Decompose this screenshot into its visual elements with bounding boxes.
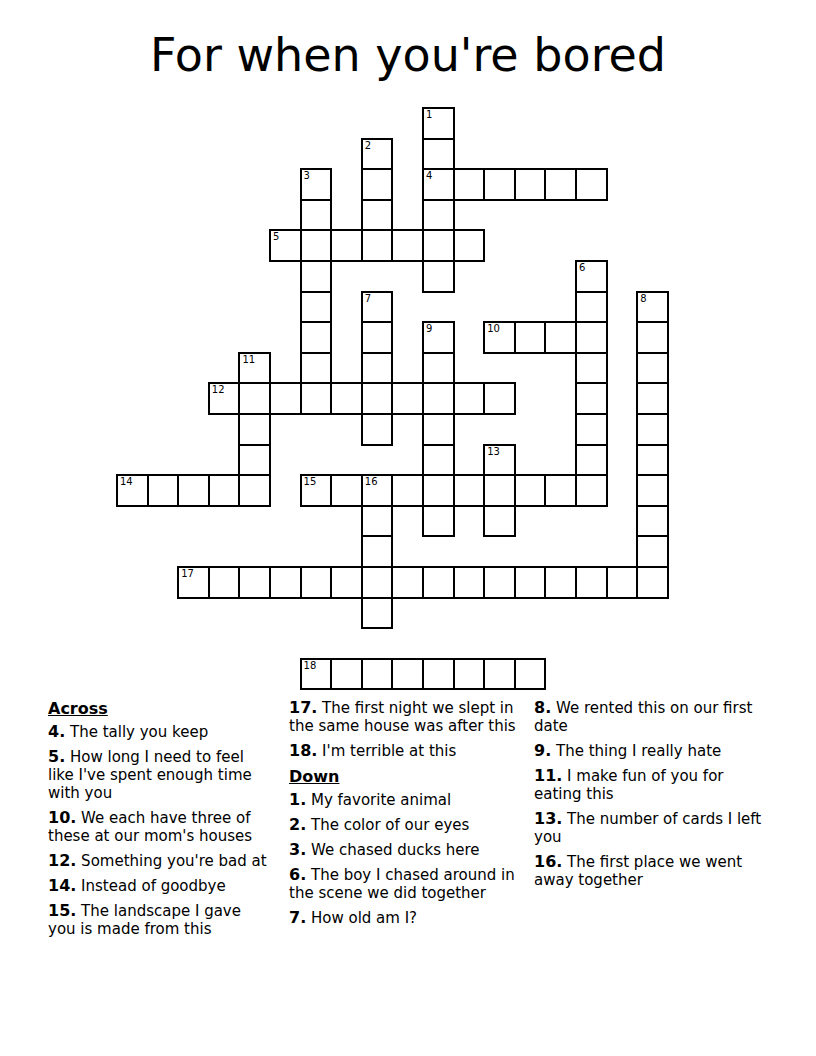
cell-r14c11[interactable] [422,505,455,538]
clue-across-12: 12. Something you're bad at [48,852,270,870]
cell-r16c12[interactable] [453,566,486,599]
cell-r3c13[interactable] [483,168,516,201]
cell-r13c13[interactable] [483,474,516,507]
cell-r4c11[interactable] [422,199,455,232]
clue-number-6: 6 [579,262,585,274]
cell-r19c9[interactable] [361,658,394,691]
clue-number-14: 14 [120,476,133,488]
heading-across: Across [48,699,270,718]
cell-r11c18[interactable] [636,413,669,446]
cell-r12c5[interactable] [238,444,271,477]
clue-number-17: 17 [181,568,194,580]
cell-r3c15[interactable] [544,168,577,201]
cell-r13c3[interactable] [177,474,210,507]
clue-column-middle: 17. The first night we slept in the same… [289,699,519,934]
cell-r8c15[interactable] [544,321,577,354]
cell-r7c9[interactable]: 7 [361,291,394,324]
cell-r19c10[interactable] [391,658,424,691]
cell-r13c8[interactable] [330,474,363,507]
cell-r9c11[interactable] [422,352,455,385]
clue-number-3: 3 [304,170,310,182]
cell-r8c9[interactable] [361,321,394,354]
clue-column-right: 8. We rented this on our first date9. Th… [534,699,766,896]
cell-r16c11[interactable] [422,566,455,599]
cell-r2c9[interactable]: 2 [361,138,394,171]
cell-r10c12[interactable] [453,382,486,415]
cell-r13c18[interactable] [636,474,669,507]
cell-r13c2[interactable] [147,474,180,507]
cell-r5c7[interactable] [300,229,333,262]
cell-r7c16[interactable] [575,291,608,324]
cell-r11c16[interactable] [575,413,608,446]
cell-r13c5[interactable] [238,474,271,507]
cell-r16c4[interactable] [208,566,241,599]
cell-r13c15[interactable] [544,474,577,507]
cell-r16c8[interactable] [330,566,363,599]
clue-number-2: 2 [365,140,371,152]
cell-r10c9[interactable] [361,382,394,415]
cell-r10c7[interactable] [300,382,333,415]
cell-r19c7[interactable]: 18 [300,658,333,691]
cell-r19c13[interactable] [483,658,516,691]
cell-r11c11[interactable] [422,413,455,446]
clue-across-14: 14. Instead of goodbye [48,877,270,895]
cell-r13c9[interactable]: 16 [361,474,394,507]
cell-r13c11[interactable] [422,474,455,507]
cell-r8c13[interactable]: 10 [483,321,516,354]
clue-down-16: 16. The first place we went away togethe… [534,853,766,889]
cell-r12c18[interactable] [636,444,669,477]
clue-down-13: 13. The number of cards I left you [534,810,766,846]
cell-r12c16[interactable] [575,444,608,477]
cell-r14c9[interactable] [361,505,394,538]
cell-r13c12[interactable] [453,474,486,507]
cell-r10c11[interactable] [422,382,455,415]
clue-down-7: 7. How old am I? [289,909,519,927]
cell-r12c13[interactable]: 13 [483,444,516,477]
clue-down-1: 1. My favorite animal [289,791,519,809]
cell-r5c8[interactable] [330,229,363,262]
cell-r13c14[interactable] [514,474,547,507]
clue-across-15: 15. The landscape I gave you is made fro… [48,902,270,938]
cell-r11c5[interactable] [238,413,271,446]
cell-r13c1[interactable]: 14 [116,474,149,507]
cell-r1c11[interactable]: 1 [422,107,455,140]
cell-r13c16[interactable] [575,474,608,507]
clue-number-15: 15 [304,476,317,488]
cell-r5c12[interactable] [453,229,486,262]
cell-r16c13[interactable] [483,566,516,599]
clue-number-1: 1 [426,109,432,121]
cell-r16c7[interactable] [300,566,333,599]
cell-r19c8[interactable] [330,658,363,691]
cell-r8c18[interactable] [636,321,669,354]
cell-r13c4[interactable] [208,474,241,507]
cell-r3c9[interactable] [361,168,394,201]
cell-r7c18[interactable]: 8 [636,291,669,324]
cell-r3c14[interactable] [514,168,547,201]
clue-down-6: 6. The boy I chased around in the scene … [289,866,519,902]
cell-r15c9[interactable] [361,535,394,568]
cell-r12c11[interactable] [422,444,455,477]
cell-r17c9[interactable] [361,597,394,630]
cell-r8c14[interactable] [514,321,547,354]
cell-r11c9[interactable] [361,413,394,446]
cell-r6c16[interactable]: 6 [575,260,608,293]
cell-r8c7[interactable] [300,321,333,354]
cell-r8c16[interactable] [575,321,608,354]
cell-r3c16[interactable] [575,168,608,201]
cell-r15c18[interactable] [636,535,669,568]
cell-r16c15[interactable] [544,566,577,599]
clue-across-17: 17. The first night we slept in the same… [289,699,519,735]
clue-down-2: 2. The color of our eyes [289,816,519,834]
clue-down-8: 8. We rented this on our first date [534,699,766,735]
cell-r14c13[interactable] [483,505,516,538]
cell-r19c12[interactable] [453,658,486,691]
cell-r16c10[interactable] [391,566,424,599]
clue-number-16: 16 [365,476,378,488]
cell-r4c9[interactable] [361,199,394,232]
clue-number-12: 12 [212,384,225,396]
cell-r5c11[interactable] [422,229,455,262]
clue-number-8: 8 [640,293,646,305]
cell-r9c5[interactable]: 11 [238,352,271,385]
cell-r10c16[interactable] [575,382,608,415]
cell-r13c10[interactable] [391,474,424,507]
cell-r16c14[interactable] [514,566,547,599]
cell-r4c7[interactable] [300,199,333,232]
cell-r10c8[interactable] [330,382,363,415]
cell-r5c6[interactable]: 5 [269,229,302,262]
cell-r10c5[interactable] [238,382,271,415]
cell-r16c3[interactable]: 17 [177,566,210,599]
cell-r9c7[interactable] [300,352,333,385]
clue-across-10: 10. We each have three of these at our m… [48,809,270,845]
cell-r3c7[interactable]: 3 [300,168,333,201]
cell-r16c5[interactable] [238,566,271,599]
cell-r16c9[interactable] [361,566,394,599]
cell-r16c16[interactable] [575,566,608,599]
clue-number-11: 11 [242,354,255,366]
cell-r16c18[interactable] [636,566,669,599]
cell-r3c11[interactable]: 4 [422,168,455,201]
clue-down-11: 11. I make fun of you for eating this [534,767,766,803]
crossword-page: For when you're bored 123456789101112131… [0,0,816,1056]
cell-r9c16[interactable] [575,352,608,385]
clue-across-4: 4. The tally you keep [48,723,270,741]
clue-number-4: 4 [426,170,432,182]
cell-r10c6[interactable] [269,382,302,415]
cell-r7c7[interactable] [300,291,333,324]
cell-r3c12[interactable] [453,168,486,201]
cell-r10c4[interactable]: 12 [208,382,241,415]
cell-r9c18[interactable] [636,352,669,385]
cell-r2c11[interactable] [422,138,455,171]
cell-r6c11[interactable] [422,260,455,293]
clue-down-9: 9. The thing I really hate [534,742,766,760]
clue-number-10: 10 [487,323,500,335]
clue-number-5: 5 [273,231,279,243]
clue-across-5: 5. How long I need to feel like I've spe… [48,748,270,802]
cell-r5c10[interactable] [391,229,424,262]
cell-r10c18[interactable] [636,382,669,415]
cell-r19c11[interactable] [422,658,455,691]
cell-r16c17[interactable] [606,566,639,599]
clue-number-18: 18 [304,660,317,672]
cell-r8c11[interactable]: 9 [422,321,455,354]
cell-r14c18[interactable] [636,505,669,538]
clue-number-9: 9 [426,323,432,335]
cell-r5c9[interactable] [361,229,394,262]
heading-down: Down [289,767,519,786]
clue-number-13: 13 [487,446,500,458]
cell-r6c7[interactable] [300,260,333,293]
cell-r9c9[interactable] [361,352,394,385]
puzzle-title: For when you're bored [0,28,816,82]
cell-r13c7[interactable]: 15 [300,474,333,507]
cell-r19c14[interactable] [514,658,547,691]
clue-number-7: 7 [365,293,371,305]
clue-across-18: 18. I'm terrible at this [289,742,519,760]
cell-r10c10[interactable] [391,382,424,415]
cell-r16c6[interactable] [269,566,302,599]
clue-down-3: 3. We chased ducks here [289,841,519,859]
cell-r10c13[interactable] [483,382,516,415]
clue-column-left: Across4. The tally you keep5. How long I… [48,699,270,945]
